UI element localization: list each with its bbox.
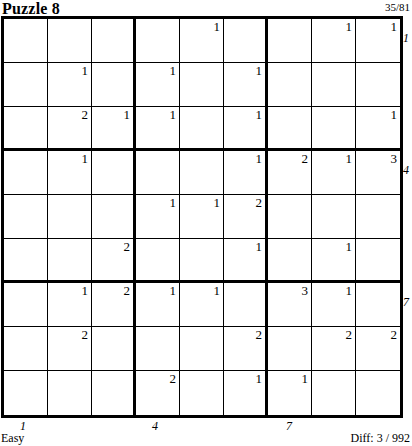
clue-number: 3 xyxy=(391,151,398,166)
cell-r1c8[interactable]: 1 xyxy=(312,19,356,63)
cell-r6c9[interactable] xyxy=(356,239,400,283)
cell-r9c1[interactable] xyxy=(4,371,48,415)
puzzle-grid: 11111121111112131122111211312222211 xyxy=(1,16,403,418)
clue-number: 2 xyxy=(170,371,177,386)
cell-r2c6[interactable]: 1 xyxy=(224,63,268,107)
clue-number: 1 xyxy=(170,63,177,78)
clue-number: 1 xyxy=(214,195,221,210)
cell-r2c1[interactable] xyxy=(4,63,48,107)
cell-r9c7[interactable]: 1 xyxy=(268,371,312,415)
cell-r1c7[interactable] xyxy=(268,19,312,63)
cell-r4c3[interactable] xyxy=(92,151,136,195)
cell-r8c6[interactable]: 2 xyxy=(224,327,268,371)
clue-number: 1 xyxy=(256,107,263,122)
cell-r6c7[interactable] xyxy=(268,239,312,283)
cell-r9c4[interactable]: 2 xyxy=(136,371,180,415)
clue-number: 1 xyxy=(256,239,263,254)
cell-r6c6[interactable]: 1 xyxy=(224,239,268,283)
cell-r6c2[interactable] xyxy=(48,239,92,283)
clue-number: 1 xyxy=(82,63,89,78)
cell-r7c9[interactable] xyxy=(356,283,400,327)
cell-r8c2[interactable]: 2 xyxy=(48,327,92,371)
clue-number: 1 xyxy=(346,19,353,34)
cell-r3c6[interactable]: 1 xyxy=(224,107,268,151)
cell-r8c9[interactable]: 2 xyxy=(356,327,400,371)
cell-r5c7[interactable] xyxy=(268,195,312,239)
cell-r5c3[interactable] xyxy=(92,195,136,239)
clue-number: 2 xyxy=(256,195,263,210)
cell-r5c4[interactable]: 1 xyxy=(136,195,180,239)
clue-number: 1 xyxy=(170,107,177,122)
cell-r7c4[interactable]: 1 xyxy=(136,283,180,327)
clue-number: 1 xyxy=(124,107,131,122)
cell-r6c5[interactable] xyxy=(180,239,224,283)
cell-r3c1[interactable] xyxy=(4,107,48,151)
clue-number: 1 xyxy=(214,19,221,34)
cell-r7c5[interactable]: 1 xyxy=(180,283,224,327)
cell-r9c2[interactable] xyxy=(48,371,92,415)
cell-r4c2[interactable]: 1 xyxy=(48,151,92,195)
clue-number: 1 xyxy=(302,371,309,386)
cell-r1c3[interactable] xyxy=(92,19,136,63)
cell-r7c2[interactable]: 1 xyxy=(48,283,92,327)
clue-number: 1 xyxy=(170,283,177,298)
clue-count: 35/81 xyxy=(385,1,410,13)
clue-number: 1 xyxy=(82,283,89,298)
cell-r5c5[interactable]: 1 xyxy=(180,195,224,239)
cell-r4c4[interactable] xyxy=(136,151,180,195)
clue-number: 1 xyxy=(214,283,221,298)
cell-r8c8[interactable]: 2 xyxy=(312,327,356,371)
clue-number: 1 xyxy=(391,19,398,34)
clue-number: 3 xyxy=(302,283,309,298)
cell-r4c9[interactable]: 3 xyxy=(356,151,400,195)
difficulty-label: Easy xyxy=(1,431,24,446)
cell-r3c9[interactable]: 1 xyxy=(356,107,400,151)
cell-r7c7[interactable]: 3 xyxy=(268,283,312,327)
clue-number: 2 xyxy=(82,107,89,122)
row-label-7: 7 xyxy=(403,295,409,310)
cell-r1c9[interactable]: 1 xyxy=(356,19,400,63)
cell-r4c7[interactable]: 2 xyxy=(268,151,312,195)
cell-r3c4[interactable]: 1 xyxy=(136,107,180,151)
clue-number: 2 xyxy=(302,151,309,166)
cell-r1c4[interactable] xyxy=(136,19,180,63)
cell-r6c3[interactable]: 2 xyxy=(92,239,136,283)
clue-number: 2 xyxy=(346,327,353,342)
cell-r6c8[interactable]: 1 xyxy=(312,239,356,283)
cell-r1c6[interactable] xyxy=(224,19,268,63)
puzzle-page: Puzzle 8 35/81 1111112111111213112211121… xyxy=(0,0,412,446)
clue-number: 1 xyxy=(346,151,353,166)
cell-r4c5[interactable] xyxy=(180,151,224,195)
cell-r5c2[interactable] xyxy=(48,195,92,239)
cell-r3c7[interactable] xyxy=(268,107,312,151)
cell-r1c5[interactable]: 1 xyxy=(180,19,224,63)
cell-r5c9[interactable] xyxy=(356,195,400,239)
cell-r8c5[interactable] xyxy=(180,327,224,371)
cell-r6c1[interactable] xyxy=(4,239,48,283)
cell-r2c5[interactable] xyxy=(180,63,224,107)
cell-r8c7[interactable] xyxy=(268,327,312,371)
cell-r9c3[interactable] xyxy=(92,371,136,415)
col-label-4: 4 xyxy=(152,419,158,434)
cell-r4c6[interactable]: 1 xyxy=(224,151,268,195)
row-label-4: 4 xyxy=(403,163,409,178)
row-label-1: 1 xyxy=(403,31,409,46)
cell-r1c2[interactable] xyxy=(48,19,92,63)
cell-r9c8[interactable] xyxy=(312,371,356,415)
clue-number: 2 xyxy=(124,239,131,254)
cell-r7c8[interactable]: 1 xyxy=(312,283,356,327)
cell-r2c2[interactable]: 1 xyxy=(48,63,92,107)
cell-r9c5[interactable] xyxy=(180,371,224,415)
clue-number: 1 xyxy=(82,151,89,166)
cell-r2c9[interactable] xyxy=(356,63,400,107)
cell-r4c1[interactable] xyxy=(4,151,48,195)
clue-number: 1 xyxy=(391,107,398,122)
clue-number: 1 xyxy=(256,371,263,386)
clue-number: 1 xyxy=(346,239,353,254)
cell-r8c1[interactable] xyxy=(4,327,48,371)
clue-number: 1 xyxy=(170,195,177,210)
cell-r2c3[interactable] xyxy=(92,63,136,107)
cell-r3c5[interactable] xyxy=(180,107,224,151)
cell-r9c9[interactable] xyxy=(356,371,400,415)
cell-r3c3[interactable]: 1 xyxy=(92,107,136,151)
cell-r9c6[interactable]: 1 xyxy=(224,371,268,415)
cell-r5c6[interactable]: 2 xyxy=(224,195,268,239)
cell-r8c4[interactable] xyxy=(136,327,180,371)
cell-r3c8[interactable] xyxy=(312,107,356,151)
clue-number: 2 xyxy=(82,327,89,342)
cell-r3c2[interactable]: 2 xyxy=(48,107,92,151)
col-label-7: 7 xyxy=(286,419,292,434)
clue-number: 2 xyxy=(124,283,131,298)
cell-r4c8[interactable]: 1 xyxy=(312,151,356,195)
clue-number: 1 xyxy=(256,151,263,166)
cell-r7c1[interactable] xyxy=(4,283,48,327)
cell-r7c6[interactable] xyxy=(224,283,268,327)
clue-number: 1 xyxy=(346,283,353,298)
cell-r2c7[interactable] xyxy=(268,63,312,107)
cell-r5c8[interactable] xyxy=(312,195,356,239)
clue-number: 2 xyxy=(391,327,398,342)
clue-number: 2 xyxy=(256,327,263,342)
cell-r7c3[interactable]: 2 xyxy=(92,283,136,327)
cell-r8c3[interactable] xyxy=(92,327,136,371)
cell-r1c1[interactable] xyxy=(4,19,48,63)
cell-r5c1[interactable] xyxy=(4,195,48,239)
difficulty-rating: Diff: 3 / 992 xyxy=(351,431,410,446)
cell-r2c8[interactable] xyxy=(312,63,356,107)
cell-r2c4[interactable]: 1 xyxy=(136,63,180,107)
cell-r6c4[interactable] xyxy=(136,239,180,283)
clue-number: 1 xyxy=(256,63,263,78)
